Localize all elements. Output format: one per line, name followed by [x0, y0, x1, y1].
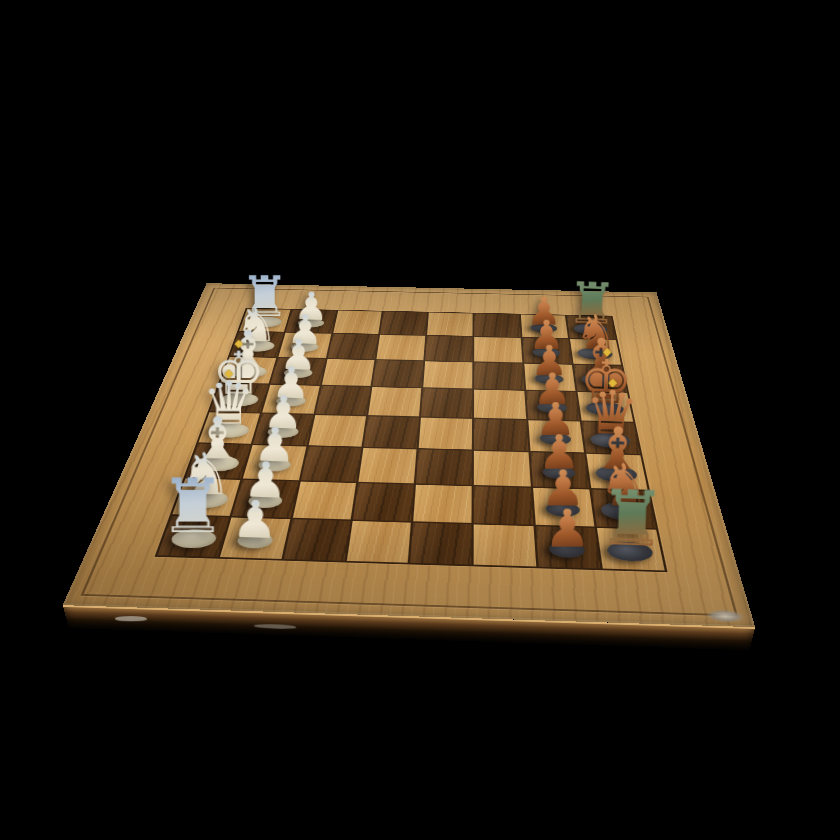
board-frame: ♜♟♟♜♞♟♟♞♝♟♟♝◆♚♟♟◆♚◆♛♟♟◆♛♝♟♟♝♞♟♟♞♜♟♟♜ — [63, 283, 756, 627]
square-b4[interactable] — [353, 483, 414, 521]
square-f4[interactable] — [372, 360, 423, 387]
chessboard: ♜♟♟♜♞♟♟♞♝♟♟♝◆♚♟♟◆♚◆♛♟♟◆♛♝♟♟♝♞♟♟♞♜♟♟♜ — [63, 283, 756, 627]
square-e5[interactable] — [421, 388, 472, 418]
square-c4[interactable] — [358, 448, 416, 483]
square-e4[interactable] — [368, 387, 421, 416]
square-a5[interactable] — [410, 523, 472, 565]
piece-glyph: ♟ — [201, 493, 308, 546]
square-c5[interactable] — [416, 450, 472, 485]
corner-wear-mark — [704, 609, 746, 623]
square-a8[interactable]: ♜ — [597, 528, 665, 571]
scuff-mark — [254, 624, 297, 630]
scene: ♜♟♟♜♞♟♟♞♝♟♟♝◆♚♟♟◆♚◆♛♟♟◆♛♝♟♟♝♞♟♟♞♜♟♟♜ — [0, 0, 840, 840]
square-a2[interactable]: ♟ — [220, 517, 290, 559]
square-b5[interactable] — [413, 484, 472, 522]
scuff-mark — [114, 616, 147, 621]
piece-glyph: ♜ — [578, 481, 687, 557]
square-a4[interactable] — [347, 521, 411, 563]
playing-area: ♜♟♟♜♞♟♟♞♝♟♟♝◆♚♟♟◆♚◆♛♟♟◆♛♝♟♟♝♞♟♟♞♜♟♟♜ — [157, 309, 664, 571]
photo-background: ♜♟♟♜♞♟♟♞♝♟♟♝◆♚♟♟◆♚◆♛♟♟◆♛♝♟♟♝♞♟♟♞♜♟♟♜ — [0, 0, 840, 840]
